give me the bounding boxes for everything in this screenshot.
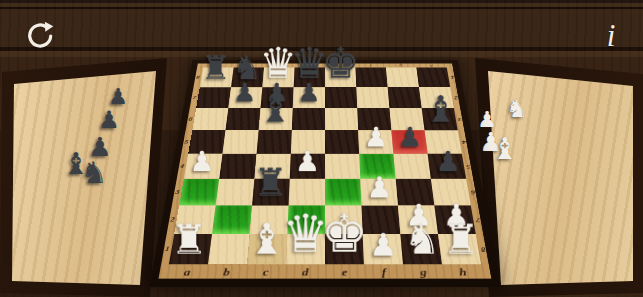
rank-label-right-3: 3 — [457, 116, 462, 121]
square-g5[interactable]: ♟ — [391, 130, 427, 154]
top-file-label-a: a — [217, 63, 221, 67]
square-a3[interactable] — [179, 179, 219, 206]
square-b6[interactable] — [225, 108, 260, 130]
chess-app-screen: ♟♟♟♝♞ ♞♟♟♝ ♜♞♛♛♚♟♟♟♝♝♟♟♟♟♟♜♟♟♟♜♝♛♚♟♞♜ aa… — [0, 0, 643, 297]
restart-button[interactable] — [23, 21, 57, 55]
rank-label-left-2: 2 — [170, 216, 175, 222]
rank-label-left-4: 4 — [180, 163, 185, 169]
square-f7[interactable] — [356, 87, 389, 108]
rank-label-right-5: 5 — [465, 163, 470, 169]
piece-black-pawn-h4[interactable]: ♟ — [435, 147, 460, 175]
square-a7[interactable] — [196, 87, 231, 108]
square-b4[interactable] — [219, 154, 256, 179]
chess-board[interactable]: ♜♞♛♛♚♟♟♟♝♝♟♟♟♟♟♜♟♟♟♜♝♛♚♟♞♜ aabbccddeeffg… — [149, 60, 501, 287]
square-b3[interactable] — [216, 179, 255, 206]
file-label-b: b — [223, 266, 231, 276]
rank-label-left-3: 3 — [175, 189, 180, 195]
square-g7[interactable] — [388, 87, 422, 108]
rank-label-right-6: 6 — [470, 189, 475, 195]
file-label-f: f — [382, 266, 387, 276]
rank-label-left-8: 8 — [196, 75, 200, 79]
top-file-label-d: d — [308, 63, 311, 67]
square-g1[interactable]: ♞ — [400, 234, 442, 264]
square-h6[interactable]: ♝ — [422, 108, 458, 130]
piece-black-bishop-c6[interactable]: ♝ — [259, 91, 292, 127]
square-b7[interactable]: ♟ — [228, 87, 262, 108]
square-f3[interactable]: ♟ — [360, 179, 398, 206]
top-file-label-h: h — [429, 63, 433, 67]
piece-white-rook-h1[interactable]: ♜ — [443, 220, 480, 261]
captured-black-knight: ♞ — [81, 158, 108, 188]
captured-black-pawn: ♟ — [108, 86, 128, 108]
info-button[interactable]: i — [594, 19, 628, 53]
piece-black-pawn-g5[interactable]: ♟ — [398, 123, 422, 150]
rank-label-left-7: 7 — [192, 95, 196, 100]
square-d4[interactable]: ♟ — [290, 154, 325, 179]
rank-label-right-8: 8 — [480, 245, 486, 252]
square-f8[interactable] — [355, 67, 387, 87]
rank-label-left-5: 5 — [184, 139, 189, 144]
square-c3[interactable]: ♜ — [252, 179, 290, 206]
file-label-a: a — [183, 266, 191, 276]
square-g8[interactable] — [386, 67, 419, 87]
piece-black-bishop-h6[interactable]: ♝ — [424, 91, 457, 127]
square-e4[interactable] — [325, 154, 360, 179]
square-e3[interactable] — [325, 179, 361, 206]
square-e7[interactable] — [325, 87, 357, 108]
piece-white-pawn-f1[interactable]: ♟ — [369, 229, 397, 260]
top-file-label-c: c — [278, 63, 281, 67]
file-label-d: d — [302, 266, 309, 276]
piece-white-pawn-a4[interactable]: ♟ — [189, 147, 214, 175]
piece-black-pawn-d7[interactable]: ♟ — [297, 80, 320, 106]
square-h4[interactable]: ♟ — [428, 154, 467, 179]
square-h1[interactable]: ♜ — [438, 234, 481, 264]
file-label-g: g — [420, 266, 428, 276]
top-file-label-b: b — [247, 63, 250, 67]
square-e1[interactable]: ♚ — [325, 234, 364, 264]
square-e5[interactable] — [325, 130, 359, 154]
square-d7[interactable]: ♟ — [293, 87, 325, 108]
square-e6[interactable] — [325, 108, 358, 130]
captured-white-knight: ♞ — [506, 97, 528, 121]
captured-black-tray: ♟♟♟♝♞ — [0, 52, 172, 297]
square-b5[interactable] — [222, 130, 258, 154]
piece-white-king-e1[interactable]: ♚ — [321, 208, 368, 260]
square-d6[interactable] — [292, 108, 325, 130]
square-a6[interactable] — [192, 108, 228, 130]
rank-label-right-2: 2 — [453, 95, 457, 100]
captured-white-tray: ♞♟♟♝ — [471, 52, 643, 297]
square-c5[interactable] — [257, 130, 292, 154]
square-h8[interactable] — [416, 67, 450, 87]
captured-black-pawn: ♟ — [98, 108, 120, 132]
piece-white-bishop-c1[interactable]: ♝ — [248, 218, 286, 261]
rank-label-right-4: 4 — [461, 139, 466, 144]
file-label-c: c — [263, 266, 269, 276]
square-e8[interactable]: ♚ — [325, 67, 356, 87]
restart-icon — [25, 21, 55, 55]
rank-label-right-7: 7 — [475, 216, 480, 222]
piece-white-knight-g1[interactable]: ♞ — [404, 220, 441, 261]
info-button-label: i — [607, 18, 616, 54]
square-f5[interactable]: ♟ — [358, 130, 393, 154]
square-a4[interactable]: ♟ — [184, 154, 223, 179]
top-file-label-e: e — [339, 63, 342, 67]
piece-black-rook-a8[interactable]: ♜ — [201, 52, 230, 85]
piece-white-pawn-d4[interactable]: ♟ — [295, 147, 320, 175]
file-label-h: h — [458, 266, 467, 276]
rank-label-left-6: 6 — [188, 116, 193, 121]
square-c6[interactable]: ♝ — [259, 108, 293, 130]
square-d1[interactable]: ♛ — [286, 234, 325, 264]
square-b1[interactable] — [208, 234, 250, 264]
square-b2[interactable] — [212, 205, 252, 233]
top-file-label-g: g — [399, 63, 402, 67]
piece-black-rook-c3[interactable]: ♜ — [253, 164, 287, 202]
square-d3[interactable] — [289, 179, 325, 206]
piece-white-pawn-f5[interactable]: ♟ — [364, 123, 388, 150]
square-g4[interactable] — [393, 154, 430, 179]
rank-label-right-1: 1 — [450, 75, 454, 79]
square-f1[interactable]: ♟ — [363, 234, 403, 264]
piece-white-pawn-f3[interactable]: ♟ — [366, 173, 392, 202]
piece-white-rook-a1[interactable]: ♜ — [171, 220, 208, 261]
piece-black-pawn-b7[interactable]: ♟ — [233, 80, 256, 106]
top-file-label-f: f — [370, 63, 372, 67]
file-label-e: e — [342, 266, 348, 276]
captured-white-bishop: ♝ — [492, 134, 519, 164]
square-a1[interactable]: ♜ — [169, 234, 212, 264]
square-a8[interactable]: ♜ — [200, 67, 234, 87]
